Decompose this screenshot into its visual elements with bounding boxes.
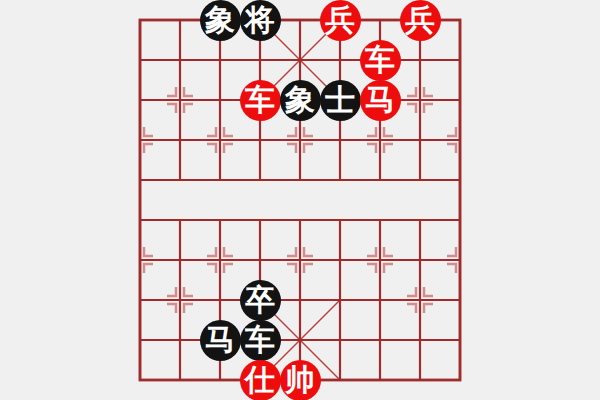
red-soldier[interactable]: 兵: [400, 0, 441, 41]
red-soldier[interactable]: 兵: [320, 0, 361, 41]
black-horse[interactable]: 马: [200, 320, 241, 361]
black-soldier[interactable]: 卒: [240, 280, 281, 321]
piece-layer: 象将兵兵车车象士马卒马车仕帅: [0, 0, 600, 400]
black-advisor[interactable]: 士: [320, 80, 361, 121]
black-chariot[interactable]: 车: [240, 320, 281, 361]
red-advisor[interactable]: 仕: [240, 360, 281, 400]
red-chariot[interactable]: 车: [360, 40, 401, 81]
red-horse[interactable]: 马: [360, 80, 401, 121]
black-elephant[interactable]: 象: [280, 80, 321, 121]
black-elephant[interactable]: 象: [200, 0, 241, 41]
red-general[interactable]: 帅: [280, 360, 321, 400]
xiangqi-board: 象将兵兵车车象士马卒马车仕帅: [0, 0, 600, 400]
red-chariot[interactable]: 车: [240, 80, 281, 121]
black-general[interactable]: 将: [240, 0, 281, 41]
